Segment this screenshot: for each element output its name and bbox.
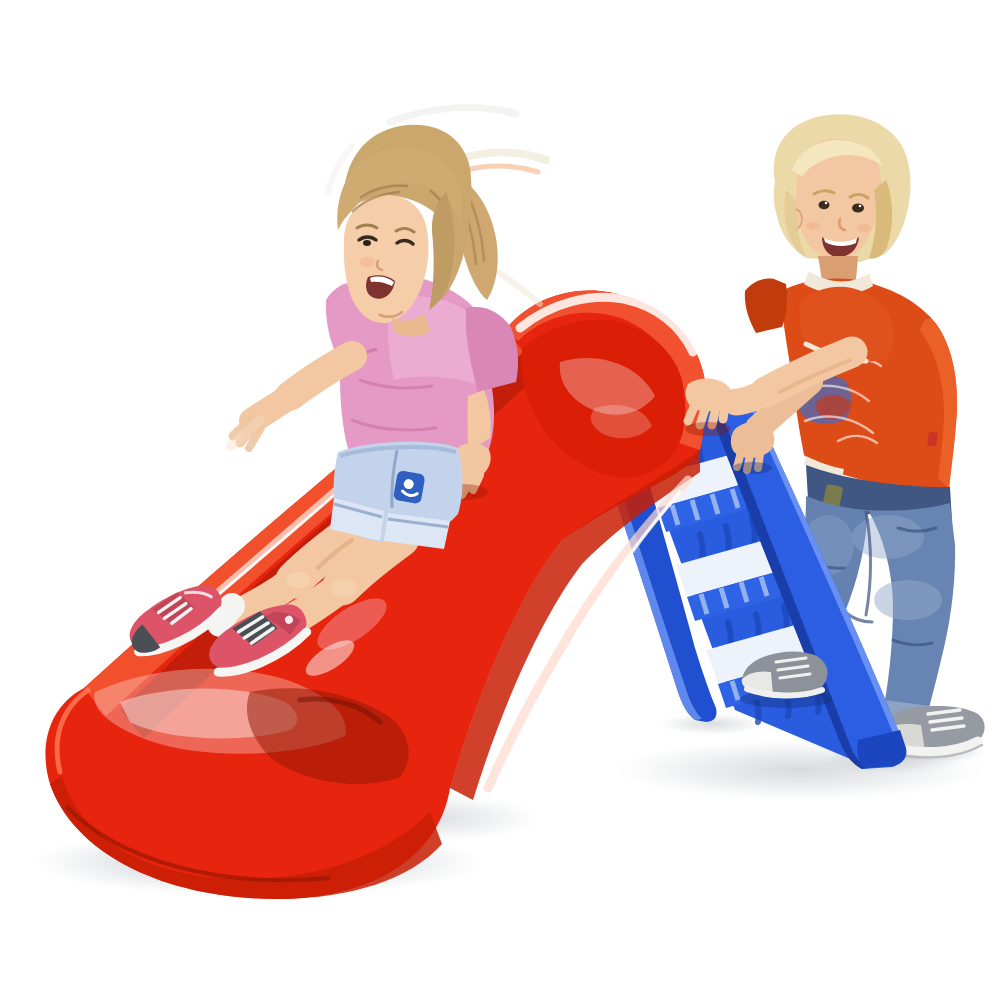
boy-neck [818,256,858,280]
girl-hair-streak [466,166,538,172]
boy-far-sleeve [745,279,787,333]
shorts-patch [393,470,426,504]
slide-scene [0,0,1000,1000]
girl-left-arm [252,356,352,421]
product-photo [0,0,1000,1000]
girl-shorts [330,442,463,549]
